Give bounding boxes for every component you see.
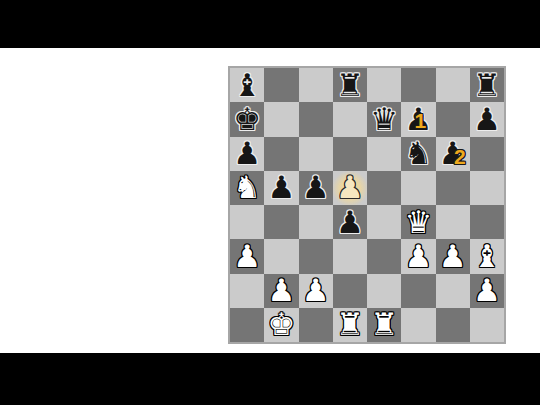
- square-e2[interactable]: [367, 274, 401, 308]
- letterbox-bottom-bar: [0, 353, 540, 405]
- square-e3[interactable]: [367, 239, 401, 273]
- square-g5[interactable]: [436, 171, 470, 205]
- square-a1[interactable]: [230, 308, 264, 342]
- square-c3[interactable]: [299, 239, 333, 273]
- piece-white-pawn-icon[interactable]: ♟: [267, 275, 295, 306]
- piece-white-bishop-icon[interactable]: ♝: [473, 241, 501, 272]
- square-b8[interactable]: [264, 68, 298, 102]
- square-c1[interactable]: [299, 308, 333, 342]
- letterbox-top-bar: [0, 0, 540, 48]
- square-a3[interactable]: ♟: [230, 239, 264, 273]
- square-a8[interactable]: ♝: [230, 68, 264, 102]
- square-a4[interactable]: [230, 205, 264, 239]
- square-f7[interactable]: ♟1: [401, 102, 435, 136]
- square-f2[interactable]: [401, 274, 435, 308]
- piece-black-pawn-icon[interactable]: ♟: [233, 138, 261, 169]
- piece-white-king-icon[interactable]: ♚: [267, 309, 295, 340]
- piece-white-queen-icon[interactable]: ♛: [404, 207, 432, 238]
- square-g6[interactable]: ♟2: [436, 137, 470, 171]
- square-h2[interactable]: ♟: [470, 274, 504, 308]
- square-e6[interactable]: [367, 137, 401, 171]
- piece-white-pawn-icon[interactable]: ♟: [336, 172, 364, 203]
- square-b6[interactable]: [264, 137, 298, 171]
- piece-white-pawn-icon[interactable]: ♟: [233, 241, 261, 272]
- square-f3[interactable]: ♟: [401, 239, 435, 273]
- square-h1[interactable]: [470, 308, 504, 342]
- square-h7[interactable]: ♟: [470, 102, 504, 136]
- square-a2[interactable]: [230, 274, 264, 308]
- piece-black-pawn-icon[interactable]: ♟: [302, 172, 330, 203]
- square-h5[interactable]: [470, 171, 504, 205]
- square-c5[interactable]: ♟: [299, 171, 333, 205]
- square-a5[interactable]: ♞: [230, 171, 264, 205]
- square-b1[interactable]: ♚: [264, 308, 298, 342]
- piece-white-pawn-icon[interactable]: ♟: [302, 275, 330, 306]
- square-e8[interactable]: [367, 68, 401, 102]
- square-h8[interactable]: ♜: [470, 68, 504, 102]
- square-d8[interactable]: ♜: [333, 68, 367, 102]
- piece-white-pawn-icon[interactable]: ♟: [439, 241, 467, 272]
- square-h3[interactable]: ♝: [470, 239, 504, 273]
- square-e7[interactable]: ♛: [367, 102, 401, 136]
- square-g3[interactable]: ♟: [436, 239, 470, 273]
- square-d2[interactable]: [333, 274, 367, 308]
- piece-black-pawn-icon[interactable]: ♟: [336, 207, 364, 238]
- square-g4[interactable]: [436, 205, 470, 239]
- square-f4[interactable]: ♛: [401, 205, 435, 239]
- square-b4[interactable]: [264, 205, 298, 239]
- square-e1[interactable]: ♜: [367, 308, 401, 342]
- square-b5[interactable]: ♟: [264, 171, 298, 205]
- move-number-annotation: 1: [415, 109, 427, 133]
- square-f6[interactable]: ♞: [401, 137, 435, 171]
- piece-black-pawn-icon[interactable]: ♟: [473, 104, 501, 135]
- chess-board: ♝♜♜♚♛♟1♟♟♞♟2♞♟♟♟♟♛♟♟♟♝♟♟♟♚♜♜: [228, 66, 506, 344]
- square-d7[interactable]: [333, 102, 367, 136]
- square-d4[interactable]: ♟: [333, 205, 367, 239]
- square-g7[interactable]: [436, 102, 470, 136]
- piece-white-rook-icon[interactable]: ♜: [336, 309, 364, 340]
- piece-black-rook-icon[interactable]: ♜: [336, 70, 364, 101]
- piece-white-knight-icon[interactable]: ♞: [233, 172, 261, 203]
- move-number-annotation: 2: [454, 145, 466, 169]
- square-c6[interactable]: [299, 137, 333, 171]
- square-d5[interactable]: ♟: [333, 171, 367, 205]
- square-c2[interactable]: ♟: [299, 274, 333, 308]
- piece-white-pawn-icon[interactable]: ♟: [404, 241, 432, 272]
- square-g8[interactable]: [436, 68, 470, 102]
- piece-black-knight-icon[interactable]: ♞: [404, 138, 432, 169]
- piece-black-king-icon[interactable]: ♚: [233, 104, 261, 135]
- square-d3[interactable]: [333, 239, 367, 273]
- video-frame: ♝♜♜♚♛♟1♟♟♞♟2♞♟♟♟♟♛♟♟♟♝♟♟♟♚♜♜: [0, 0, 540, 405]
- piece-black-bishop-icon[interactable]: ♝: [233, 70, 261, 101]
- square-b2[interactable]: ♟: [264, 274, 298, 308]
- square-f5[interactable]: [401, 171, 435, 205]
- square-e4[interactable]: [367, 205, 401, 239]
- square-a7[interactable]: ♚: [230, 102, 264, 136]
- square-d1[interactable]: ♜: [333, 308, 367, 342]
- square-g1[interactable]: [436, 308, 470, 342]
- piece-black-pawn-icon[interactable]: ♟: [267, 172, 295, 203]
- square-d6[interactable]: [333, 137, 367, 171]
- square-c7[interactable]: [299, 102, 333, 136]
- square-e5[interactable]: [367, 171, 401, 205]
- piece-black-rook-icon[interactable]: ♜: [473, 70, 501, 101]
- square-f8[interactable]: [401, 68, 435, 102]
- square-a6[interactable]: ♟: [230, 137, 264, 171]
- piece-white-pawn-icon[interactable]: ♟: [473, 275, 501, 306]
- square-h6[interactable]: [470, 137, 504, 171]
- square-g2[interactable]: [436, 274, 470, 308]
- square-h4[interactable]: [470, 205, 504, 239]
- square-c8[interactable]: [299, 68, 333, 102]
- square-b3[interactable]: [264, 239, 298, 273]
- piece-black-queen-icon[interactable]: ♛: [370, 104, 398, 135]
- square-f1[interactable]: [401, 308, 435, 342]
- square-b7[interactable]: [264, 102, 298, 136]
- piece-white-rook-icon[interactable]: ♜: [370, 309, 398, 340]
- square-c4[interactable]: [299, 205, 333, 239]
